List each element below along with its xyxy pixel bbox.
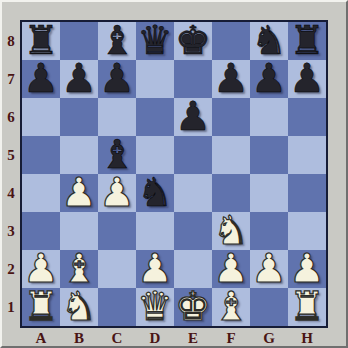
square-a8[interactable]: ♜ bbox=[22, 22, 60, 60]
square-e4[interactable] bbox=[174, 174, 212, 212]
piece-black-rook[interactable]: ♜ bbox=[23, 22, 59, 59]
piece-black-pawn[interactable]: ♟ bbox=[289, 60, 325, 97]
square-a7[interactable]: ♟ bbox=[22, 60, 60, 98]
piece-black-rook[interactable]: ♜ bbox=[289, 22, 325, 59]
square-h2[interactable]: ♟ bbox=[288, 250, 326, 288]
square-h8[interactable]: ♜ bbox=[288, 22, 326, 60]
rank-labels: 87654321 bbox=[2, 22, 20, 326]
rank-label-1: 1 bbox=[2, 288, 20, 326]
piece-white-king[interactable]: ♚ bbox=[175, 288, 211, 325]
square-e1[interactable]: ♚ bbox=[174, 288, 212, 326]
piece-white-bishop[interactable]: ♝ bbox=[61, 250, 97, 287]
piece-white-pawn[interactable]: ♟ bbox=[23, 250, 59, 287]
rank-label-2: 2 bbox=[2, 250, 20, 288]
file-label-d: D bbox=[136, 328, 174, 348]
square-c7[interactable]: ♟ bbox=[98, 60, 136, 98]
piece-black-pawn[interactable]: ♟ bbox=[23, 60, 59, 97]
square-c5[interactable]: ♝ bbox=[98, 136, 136, 174]
piece-black-bishop[interactable]: ♝ bbox=[99, 22, 135, 59]
rank-label-4: 4 bbox=[2, 174, 20, 212]
file-label-h: H bbox=[288, 328, 326, 348]
square-h3[interactable] bbox=[288, 212, 326, 250]
square-d6[interactable] bbox=[136, 98, 174, 136]
square-b3[interactable] bbox=[60, 212, 98, 250]
square-e2[interactable] bbox=[174, 250, 212, 288]
rank-label-8: 8 bbox=[2, 22, 20, 60]
square-e6[interactable]: ♟ bbox=[174, 98, 212, 136]
piece-white-queen[interactable]: ♛ bbox=[137, 288, 173, 325]
piece-white-pawn[interactable]: ♟ bbox=[61, 174, 97, 211]
square-c8[interactable]: ♝ bbox=[98, 22, 136, 60]
square-a5[interactable] bbox=[22, 136, 60, 174]
square-b6[interactable] bbox=[60, 98, 98, 136]
file-label-f: F bbox=[212, 328, 250, 348]
square-g1[interactable] bbox=[250, 288, 288, 326]
rank-label-6: 6 bbox=[2, 98, 20, 136]
square-a4[interactable] bbox=[22, 174, 60, 212]
piece-black-pawn[interactable]: ♟ bbox=[175, 98, 211, 135]
piece-white-pawn[interactable]: ♟ bbox=[99, 174, 135, 211]
piece-black-knight[interactable]: ♞ bbox=[251, 22, 287, 59]
square-f2[interactable]: ♟ bbox=[212, 250, 250, 288]
square-b8[interactable] bbox=[60, 22, 98, 60]
piece-white-knight[interactable]: ♞ bbox=[61, 288, 97, 325]
file-label-b: B bbox=[60, 328, 98, 348]
square-d3[interactable] bbox=[136, 212, 174, 250]
piece-white-bishop[interactable]: ♝ bbox=[213, 288, 249, 325]
square-d8[interactable]: ♛ bbox=[136, 22, 174, 60]
square-e3[interactable] bbox=[174, 212, 212, 250]
piece-white-pawn[interactable]: ♟ bbox=[251, 250, 287, 287]
square-c4[interactable]: ♟ bbox=[98, 174, 136, 212]
piece-white-rook[interactable]: ♜ bbox=[289, 288, 325, 325]
square-a3[interactable] bbox=[22, 212, 60, 250]
board-frame: 87654321 ♜♝♛♚♞♜♟♟♟♟♟♟♟♝♟♟♞♞♟♝♟♟♟♟♜♞♛♚♝♜ … bbox=[0, 0, 348, 348]
square-f7[interactable]: ♟ bbox=[212, 60, 250, 98]
piece-black-pawn[interactable]: ♟ bbox=[99, 60, 135, 97]
square-h7[interactable]: ♟ bbox=[288, 60, 326, 98]
square-b1[interactable]: ♞ bbox=[60, 288, 98, 326]
rank-label-5: 5 bbox=[2, 136, 20, 174]
square-d2[interactable]: ♟ bbox=[136, 250, 174, 288]
square-g5[interactable] bbox=[250, 136, 288, 174]
square-d7[interactable] bbox=[136, 60, 174, 98]
square-f4[interactable] bbox=[212, 174, 250, 212]
file-label-g: G bbox=[250, 328, 288, 348]
file-label-a: A bbox=[22, 328, 60, 348]
square-f6[interactable] bbox=[212, 98, 250, 136]
square-b2[interactable]: ♝ bbox=[60, 250, 98, 288]
square-b4[interactable]: ♟ bbox=[60, 174, 98, 212]
square-d1[interactable]: ♛ bbox=[136, 288, 174, 326]
square-g8[interactable]: ♞ bbox=[250, 22, 288, 60]
piece-white-pawn[interactable]: ♟ bbox=[213, 250, 249, 287]
square-e5[interactable] bbox=[174, 136, 212, 174]
square-f1[interactable]: ♝ bbox=[212, 288, 250, 326]
square-f8[interactable] bbox=[212, 22, 250, 60]
piece-black-pawn[interactable]: ♟ bbox=[61, 60, 97, 97]
square-b7[interactable]: ♟ bbox=[60, 60, 98, 98]
square-f5[interactable] bbox=[212, 136, 250, 174]
square-e7[interactable] bbox=[174, 60, 212, 98]
piece-black-bishop[interactable]: ♝ bbox=[99, 136, 135, 173]
square-f3[interactable]: ♞ bbox=[212, 212, 250, 250]
square-g6[interactable] bbox=[250, 98, 288, 136]
square-c3[interactable] bbox=[98, 212, 136, 250]
square-h5[interactable] bbox=[288, 136, 326, 174]
piece-black-pawn[interactable]: ♟ bbox=[213, 60, 249, 97]
piece-black-pawn[interactable]: ♟ bbox=[251, 60, 287, 97]
square-d4[interactable]: ♞ bbox=[136, 174, 174, 212]
piece-black-king[interactable]: ♚ bbox=[175, 22, 211, 59]
piece-white-knight[interactable]: ♞ bbox=[213, 212, 249, 249]
square-a6[interactable] bbox=[22, 98, 60, 136]
file-label-c: C bbox=[98, 328, 136, 348]
piece-black-knight[interactable]: ♞ bbox=[137, 174, 173, 211]
square-c1[interactable] bbox=[98, 288, 136, 326]
square-h1[interactable]: ♜ bbox=[288, 288, 326, 326]
rank-label-7: 7 bbox=[2, 60, 20, 98]
file-label-e: E bbox=[174, 328, 212, 348]
square-a1[interactable]: ♜ bbox=[22, 288, 60, 326]
square-h6[interactable] bbox=[288, 98, 326, 136]
square-g3[interactable] bbox=[250, 212, 288, 250]
square-h4[interactable] bbox=[288, 174, 326, 212]
piece-black-queen[interactable]: ♛ bbox=[137, 22, 173, 59]
chess-board: ♜♝♛♚♞♜♟♟♟♟♟♟♟♝♟♟♞♞♟♝♟♟♟♟♜♞♛♚♝♜ bbox=[20, 20, 328, 328]
square-g2[interactable]: ♟ bbox=[250, 250, 288, 288]
square-g7[interactable]: ♟ bbox=[250, 60, 288, 98]
square-d5[interactable] bbox=[136, 136, 174, 174]
piece-white-pawn[interactable]: ♟ bbox=[289, 250, 325, 287]
square-c6[interactable] bbox=[98, 98, 136, 136]
square-g4[interactable] bbox=[250, 174, 288, 212]
square-e8[interactable]: ♚ bbox=[174, 22, 212, 60]
square-c2[interactable] bbox=[98, 250, 136, 288]
file-labels: ABCDEFGH bbox=[22, 328, 326, 348]
piece-white-pawn[interactable]: ♟ bbox=[137, 250, 173, 287]
piece-white-rook[interactable]: ♜ bbox=[23, 288, 59, 325]
square-b5[interactable] bbox=[60, 136, 98, 174]
rank-label-3: 3 bbox=[2, 212, 20, 250]
square-a2[interactable]: ♟ bbox=[22, 250, 60, 288]
